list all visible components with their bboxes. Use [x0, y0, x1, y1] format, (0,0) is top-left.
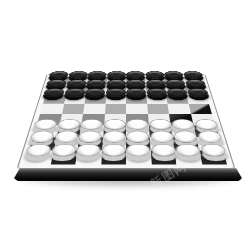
square-r3c8[interactable]: ● [186, 94, 209, 104]
checker-piece-white[interactable]: ● [197, 131, 223, 143]
checkers-icon: ●●●●●●●●●●●●●●●●●●●●●●●●●●●●●●●●●●●●●●●●… [0, 0, 250, 250]
square-r4c3[interactable] [83, 104, 105, 114]
checker-piece-white[interactable]: ● [150, 131, 174, 143]
square-r3c6[interactable]: ● [146, 94, 167, 104]
checker-piece-white[interactable]: ● [54, 131, 79, 143]
checker-piece-white[interactable]: ● [126, 119, 148, 130]
square-r4c1[interactable] [40, 104, 64, 114]
checker-piece-white[interactable]: ● [80, 119, 103, 130]
checker-piece-black[interactable]: ● [146, 79, 166, 87]
checker-piece-black[interactable]: ● [88, 71, 107, 79]
checker-piece-white[interactable]: ● [101, 144, 125, 157]
checker-piece-black[interactable]: ● [106, 79, 125, 87]
square-r4c4[interactable] [105, 104, 127, 114]
checker-piece-white[interactable]: ● [194, 119, 219, 130]
checker-piece-black[interactable]: ● [185, 79, 206, 87]
checkers-board[interactable]: ●●●●●●●●●●●●●●●●●●●●●●●●●●●●●●●●●●●●●●●●… [17, 74, 236, 168]
square-r3c2[interactable]: ● [64, 94, 86, 104]
checker-piece-black[interactable]: ● [107, 71, 126, 79]
checker-piece-black[interactable]: ● [126, 79, 145, 87]
square-r8c8[interactable]: ● [199, 150, 227, 164]
square-r8c6[interactable]: ● [150, 150, 176, 164]
checker-piece-black[interactable]: ● [187, 88, 209, 97]
checker-piece-white[interactable]: ● [25, 144, 52, 157]
square-r8c5[interactable]: ● [126, 150, 151, 164]
square-r3c7[interactable]: ● [166, 94, 188, 104]
square-r3c3[interactable]: ● [85, 94, 106, 104]
checker-piece-white[interactable]: ● [126, 131, 149, 143]
square-r4c2[interactable] [62, 104, 85, 114]
square-r3c4[interactable]: ● [105, 94, 126, 104]
square-r3c1[interactable]: ● [43, 94, 66, 104]
square-r4c6[interactable] [147, 104, 169, 114]
square-r3c5[interactable]: ● [126, 94, 147, 104]
checker-piece-black[interactable]: ● [43, 88, 65, 97]
square-r8c7[interactable]: ● [174, 150, 201, 164]
board-perspective-wrapper: ●●●●●●●●●●●●●●●●●●●●●●●●●●●●●●●●●●●●●●●●… [34, 22, 218, 206]
checker-piece-black[interactable]: ● [167, 88, 188, 97]
checker-piece-white[interactable]: ● [126, 144, 150, 157]
square-r4c7[interactable] [167, 104, 190, 114]
checker-piece-white[interactable]: ● [29, 131, 55, 143]
checker-piece-black[interactable]: ● [64, 88, 85, 97]
checker-piece-white[interactable]: ● [76, 144, 101, 157]
checker-piece-black[interactable]: ● [126, 71, 145, 79]
checker-piece-white[interactable]: ● [33, 119, 58, 130]
checker-piece-black[interactable]: ● [85, 88, 106, 97]
checker-piece-black[interactable]: ● [164, 71, 184, 79]
checker-piece-black[interactable]: ● [66, 79, 87, 87]
checker-piece-white[interactable]: ● [200, 144, 227, 157]
checker-piece-white[interactable]: ● [102, 131, 125, 143]
checker-piece-black[interactable]: ● [145, 71, 164, 79]
square-r4c8[interactable] [188, 104, 212, 114]
checker-piece-white[interactable]: ● [151, 144, 176, 157]
checker-piece-black[interactable]: ● [49, 71, 69, 79]
checker-piece-black[interactable]: ● [46, 79, 67, 87]
checker-piece-black[interactable]: ● [165, 79, 186, 87]
square-r8c4[interactable]: ● [101, 150, 126, 164]
square-r4c5[interactable] [126, 104, 148, 114]
checker-piece-black[interactable]: ● [126, 88, 146, 97]
checker-piece-white[interactable]: ● [50, 144, 76, 157]
checker-piece-black[interactable]: ● [147, 88, 168, 97]
checker-piece-white[interactable]: ● [103, 119, 125, 130]
checker-piece-white[interactable]: ● [149, 119, 172, 130]
checker-piece-white[interactable]: ● [78, 131, 102, 143]
checker-piece-white[interactable]: ● [173, 131, 198, 143]
checker-piece-white[interactable]: ● [56, 119, 80, 130]
square-r8c1[interactable]: ● [25, 150, 53, 164]
checker-piece-white[interactable]: ● [175, 144, 201, 157]
square-r8c2[interactable]: ● [50, 150, 77, 164]
checker-piece-black[interactable]: ● [68, 71, 88, 79]
checker-piece-black[interactable]: ● [106, 88, 126, 97]
square-r8c3[interactable]: ● [75, 150, 101, 164]
checker-piece-black[interactable]: ● [86, 79, 106, 87]
checker-piece-black[interactable]: ● [183, 71, 203, 79]
checker-piece-white[interactable]: ● [171, 119, 195, 130]
